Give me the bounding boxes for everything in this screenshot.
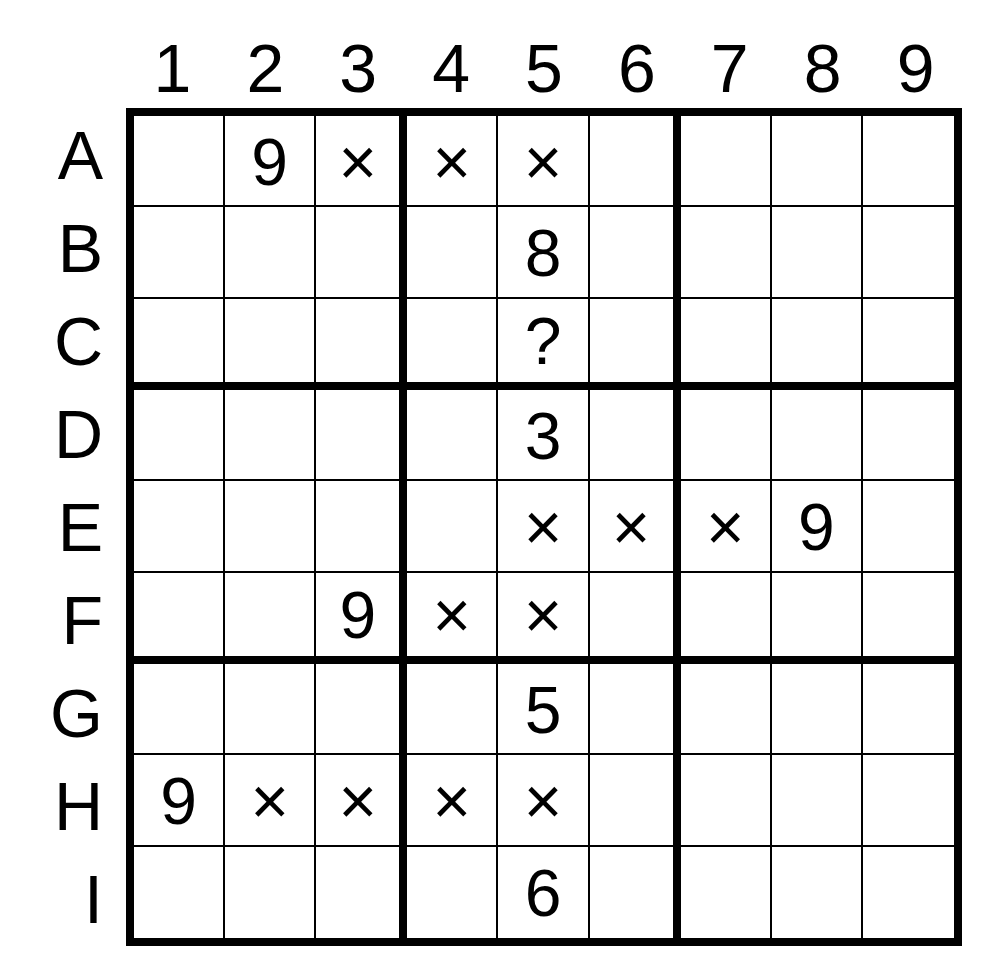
cell-F7[interactable] xyxy=(681,573,772,664)
cell-H1[interactable]: 9 xyxy=(134,755,225,846)
cross-mark: × xyxy=(433,768,472,834)
cell-I8[interactable] xyxy=(772,847,863,938)
cell-A2[interactable]: 9 xyxy=(225,116,316,207)
row-label-D: D xyxy=(0,387,126,480)
cell-I5[interactable]: 6 xyxy=(498,847,589,938)
col-label-5: 5 xyxy=(498,0,591,108)
cell-H3[interactable]: × xyxy=(316,755,407,846)
cross-mark: × xyxy=(524,494,563,560)
cross-mark: × xyxy=(524,768,563,834)
cell-F6[interactable] xyxy=(590,573,681,664)
cell-D8[interactable] xyxy=(772,390,863,481)
col-label-1: 1 xyxy=(126,0,219,108)
cell-F4[interactable]: × xyxy=(407,573,498,664)
cell-H9[interactable] xyxy=(863,755,954,846)
cell-A9[interactable] xyxy=(863,116,954,207)
cell-E9[interactable] xyxy=(863,481,954,572)
cell-H5[interactable]: × xyxy=(498,755,589,846)
cell-F2[interactable] xyxy=(225,573,316,664)
col-label-9: 9 xyxy=(869,0,962,108)
cell-A6[interactable] xyxy=(590,116,681,207)
row-label-A: A xyxy=(0,108,126,201)
cell-G4[interactable] xyxy=(407,664,498,755)
cell-C7[interactable] xyxy=(681,299,772,390)
given-digit: 9 xyxy=(339,582,376,648)
given-digit: 3 xyxy=(525,403,562,469)
cell-G3[interactable] xyxy=(316,664,407,755)
cell-C9[interactable] xyxy=(863,299,954,390)
sudoku-diagram: 123456789 ABCDEFGHI 9×××8?3×××99××59××××… xyxy=(0,0,989,969)
cell-F1[interactable] xyxy=(134,573,225,664)
cell-D1[interactable] xyxy=(134,390,225,481)
row-label-F: F xyxy=(0,574,126,667)
cell-D7[interactable] xyxy=(681,390,772,481)
cell-G8[interactable] xyxy=(772,664,863,755)
cell-F8[interactable] xyxy=(772,573,863,664)
cell-H2[interactable]: × xyxy=(225,755,316,846)
cell-B7[interactable] xyxy=(681,207,772,298)
cell-E4[interactable] xyxy=(407,481,498,572)
cell-D3[interactable] xyxy=(316,390,407,481)
cross-mark: × xyxy=(433,129,472,195)
cell-B9[interactable] xyxy=(863,207,954,298)
cell-A1[interactable] xyxy=(134,116,225,207)
cross-mark: × xyxy=(339,768,378,834)
cell-B8[interactable] xyxy=(772,207,863,298)
cell-D6[interactable] xyxy=(590,390,681,481)
cell-D9[interactable] xyxy=(863,390,954,481)
cell-G1[interactable] xyxy=(134,664,225,755)
cell-E6[interactable]: × xyxy=(590,481,681,572)
sudoku-board: 9×××8?3×××99××59××××6 xyxy=(126,108,962,946)
cross-mark: × xyxy=(524,582,563,648)
given-digit: 9 xyxy=(160,768,197,834)
cell-I3[interactable] xyxy=(316,847,407,938)
cell-H7[interactable] xyxy=(681,755,772,846)
col-label-8: 8 xyxy=(776,0,869,108)
col-label-4: 4 xyxy=(405,0,498,108)
cell-G7[interactable] xyxy=(681,664,772,755)
cell-I9[interactable] xyxy=(863,847,954,938)
cell-B1[interactable] xyxy=(134,207,225,298)
row-label-B: B xyxy=(0,201,126,294)
given-digit: 9 xyxy=(798,494,835,560)
col-label-7: 7 xyxy=(683,0,776,108)
given-digit: 5 xyxy=(525,677,562,743)
cell-C5[interactable]: ? xyxy=(498,299,589,390)
cell-B2[interactable] xyxy=(225,207,316,298)
given-digit: 9 xyxy=(251,129,288,195)
cell-I2[interactable] xyxy=(225,847,316,938)
col-label-2: 2 xyxy=(219,0,312,108)
cell-B3[interactable] xyxy=(316,207,407,298)
unknown-mark: ? xyxy=(525,308,562,374)
cell-B4[interactable] xyxy=(407,207,498,298)
cell-H4[interactable]: × xyxy=(407,755,498,846)
cell-C3[interactable] xyxy=(316,299,407,390)
cell-H6[interactable] xyxy=(590,755,681,846)
cell-E3[interactable] xyxy=(316,481,407,572)
row-label-G: G xyxy=(0,667,126,760)
cell-C1[interactable] xyxy=(134,299,225,390)
cross-mark: × xyxy=(524,129,563,195)
given-digit: 6 xyxy=(525,860,562,926)
row-label-H: H xyxy=(0,760,126,853)
cell-I1[interactable] xyxy=(134,847,225,938)
cell-E7[interactable]: × xyxy=(681,481,772,572)
cell-D4[interactable] xyxy=(407,390,498,481)
cell-E2[interactable] xyxy=(225,481,316,572)
cell-D5[interactable]: 3 xyxy=(498,390,589,481)
cell-A4[interactable]: × xyxy=(407,116,498,207)
cell-C6[interactable] xyxy=(590,299,681,390)
cell-F3[interactable]: 9 xyxy=(316,573,407,664)
cell-D2[interactable] xyxy=(225,390,316,481)
cell-A5[interactable]: × xyxy=(498,116,589,207)
cell-H8[interactable] xyxy=(772,755,863,846)
cell-G2[interactable] xyxy=(225,664,316,755)
cell-A8[interactable] xyxy=(772,116,863,207)
cell-G5[interactable]: 5 xyxy=(498,664,589,755)
cell-E5[interactable]: × xyxy=(498,481,589,572)
cross-mark: × xyxy=(433,582,472,648)
cell-I4[interactable] xyxy=(407,847,498,938)
cross-mark: × xyxy=(706,494,745,560)
row-labels: ABCDEFGHI xyxy=(0,108,126,946)
row-label-I: I xyxy=(0,853,126,946)
column-labels: 123456789 xyxy=(126,0,962,108)
cell-I6[interactable] xyxy=(590,847,681,938)
cross-mark: × xyxy=(339,129,378,195)
cell-B6[interactable] xyxy=(590,207,681,298)
cell-F9[interactable] xyxy=(863,573,954,664)
cell-A3[interactable]: × xyxy=(316,116,407,207)
cell-G6[interactable] xyxy=(590,664,681,755)
cell-C4[interactable] xyxy=(407,299,498,390)
col-label-3: 3 xyxy=(312,0,405,108)
col-label-6: 6 xyxy=(590,0,683,108)
cell-E1[interactable] xyxy=(134,481,225,572)
cell-G9[interactable] xyxy=(863,664,954,755)
cross-mark: × xyxy=(612,494,651,560)
cell-F5[interactable]: × xyxy=(498,573,589,664)
cross-mark: × xyxy=(250,768,289,834)
cell-C8[interactable] xyxy=(772,299,863,390)
cell-A7[interactable] xyxy=(681,116,772,207)
cell-E8[interactable]: 9 xyxy=(772,481,863,572)
cell-I7[interactable] xyxy=(681,847,772,938)
row-label-E: E xyxy=(0,480,126,573)
cell-C2[interactable] xyxy=(225,299,316,390)
given-digit: 8 xyxy=(525,220,562,286)
row-label-C: C xyxy=(0,294,126,387)
cell-B5[interactable]: 8 xyxy=(498,207,589,298)
